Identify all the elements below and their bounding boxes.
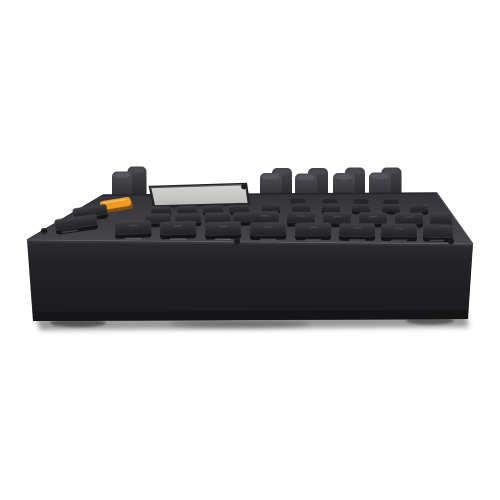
front-key-3: [205, 222, 241, 240]
front-key-2: [160, 221, 197, 239]
front-key-8: [423, 224, 453, 242]
screw-front-center: [234, 239, 240, 245]
front-key-7: [381, 224, 417, 242]
screw-left: [41, 228, 47, 234]
screw-screen-right: [241, 184, 246, 189]
front-panel: [27, 240, 473, 321]
front-key-1: [115, 220, 152, 239]
front-key-4: [250, 222, 286, 240]
product-photo: [0, 0, 500, 500]
screw-front-right: [448, 239, 454, 245]
front-key-6: [339, 224, 375, 241]
front-key-5: [295, 223, 331, 241]
lcd-screen: [150, 184, 249, 207]
photo-canvas: Black electronic groovebox sampler with …: [0, 0, 500, 500]
